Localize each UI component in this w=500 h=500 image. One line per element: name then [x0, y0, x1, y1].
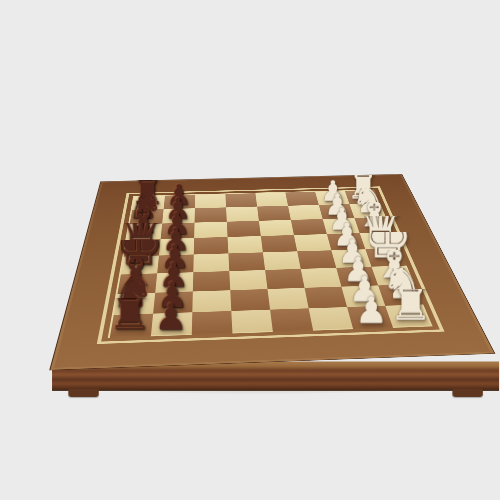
square-b2[interactable]: [319, 204, 355, 219]
square-e3[interactable]: [297, 250, 336, 269]
square-c6[interactable]: [194, 222, 227, 238]
square-d6[interactable]: [194, 237, 229, 254]
piece-black-rook-h8[interactable]: ♜: [110, 298, 151, 339]
square-b3[interactable]: [288, 205, 323, 220]
square-b5[interactable]: [226, 207, 259, 222]
square-a4[interactable]: [255, 192, 288, 206]
rook-glyph: ♜: [107, 286, 152, 336]
square-f3[interactable]: [301, 268, 342, 288]
square-b4[interactable]: [257, 206, 291, 221]
rook-glyph: ♜: [389, 277, 433, 326]
square-g3[interactable]: [305, 287, 348, 309]
square-h6[interactable]: [192, 311, 233, 335]
board-perspective: ♜♞♝♛♚♝♞♜♟♟♟♟♟♟♟♟♟♟♟♟♟♟♟♟♜♞♝♛♚♝♞♜: [82, 72, 443, 433]
square-c4[interactable]: [259, 220, 294, 236]
square-f5[interactable]: [229, 270, 267, 290]
chess-board: ♜♞♝♛♚♝♞♜♟♟♟♟♟♟♟♟♟♟♟♟♟♟♟♟♜♞♝♛♚♝♞♜: [49, 174, 495, 371]
board-foot-right: [452, 389, 482, 397]
square-g4[interactable]: [267, 288, 308, 310]
photo-stage: ♜♞♝♛♚♝♞♜♟♟♟♟♟♟♟♟♟♟♟♟♟♟♟♟♜♞♝♛♚♝♞♜: [0, 0, 500, 500]
square-e4[interactable]: [263, 251, 301, 270]
pawn-glyph: ♟: [355, 292, 387, 328]
square-a2[interactable]: [315, 191, 349, 205]
square-a5[interactable]: [225, 193, 257, 207]
square-a1[interactable]: [345, 190, 380, 204]
piece-white-pawn-h2[interactable]: ♟: [351, 290, 391, 330]
square-a7[interactable]: [164, 195, 196, 209]
square-c5[interactable]: [227, 221, 261, 237]
square-a6[interactable]: [195, 194, 226, 208]
square-f4[interactable]: [265, 269, 304, 289]
square-g6[interactable]: [192, 290, 231, 312]
square-e5[interactable]: [228, 252, 265, 271]
square-a3[interactable]: [285, 192, 318, 206]
square-d3[interactable]: [294, 234, 331, 251]
board-scene: ♜♞♝♛♚♝♞♜♟♟♟♟♟♟♟♟♟♟♟♟♟♟♟♟♜♞♝♛♚♝♞♜: [82, 72, 443, 433]
square-c3[interactable]: [291, 219, 327, 235]
piece-black-pawn-h7[interactable]: ♟: [150, 297, 190, 337]
square-h5[interactable]: [231, 310, 273, 334]
pawn-glyph: ♟: [154, 299, 187, 336]
square-h3[interactable]: [309, 307, 354, 331]
square-g5[interactable]: [230, 289, 270, 311]
square-h4[interactable]: [270, 308, 313, 332]
square-e6[interactable]: [193, 253, 229, 272]
square-f6[interactable]: [193, 271, 230, 291]
board-foot-left: [68, 389, 98, 397]
piece-white-rook-h1[interactable]: ♜: [391, 289, 431, 329]
square-d4[interactable]: [261, 235, 297, 252]
square-d5[interactable]: [228, 236, 263, 253]
square-b6[interactable]: [195, 207, 227, 222]
